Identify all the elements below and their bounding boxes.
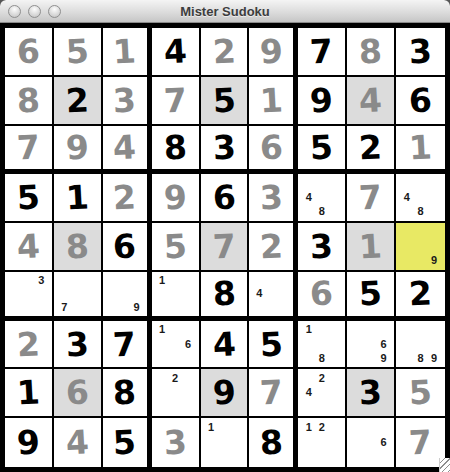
cell-r3c7[interactable]: 5 <box>298 126 347 175</box>
given-digit: 6 <box>309 277 334 311</box>
cell-r5c7[interactable]: 3 <box>298 223 347 272</box>
candidate-digit: 1 <box>302 323 315 337</box>
candidate-digit: 4 <box>302 191 315 205</box>
candidate-marks: 1 <box>201 418 248 467</box>
cell-r3c1[interactable]: 7 <box>5 126 54 175</box>
cell-r8c6[interactable]: 7 <box>249 369 298 418</box>
cell-r5c9[interactable]: 9 <box>396 223 445 272</box>
user-digit: 5 <box>112 426 137 460</box>
cell-r9c6[interactable]: 8 <box>249 418 298 467</box>
cell-r3c5[interactable]: 3 <box>201 126 250 175</box>
cell-r9c4[interactable]: 3 <box>152 418 201 467</box>
given-digit: 7 <box>163 83 188 117</box>
cell-r4c9[interactable]: 48 <box>396 174 445 223</box>
user-digit: 6 <box>408 83 433 117</box>
cell-r7c6[interactable]: 5 <box>249 321 298 370</box>
cell-r1c9[interactable]: 3 <box>396 28 445 77</box>
given-digit: 3 <box>259 181 284 215</box>
cell-r9c2[interactable]: 4 <box>54 418 103 467</box>
user-digit: 6 <box>212 181 237 215</box>
user-digit: 7 <box>112 327 137 361</box>
given-digit: 9 <box>163 181 188 215</box>
cell-r4c7[interactable]: 48 <box>298 174 347 223</box>
cell-r7c9[interactable]: 89 <box>396 321 445 370</box>
given-digit: 7 <box>212 229 237 263</box>
candidate-digit: 8 <box>414 351 428 365</box>
cell-r6c6[interactable]: 4 <box>249 272 298 321</box>
user-digit: 1 <box>65 181 90 215</box>
candidate-marks: 3 <box>5 272 52 316</box>
given-digit: 4 <box>358 83 383 117</box>
user-digit: 9 <box>212 376 237 410</box>
user-digit: 8 <box>163 130 188 164</box>
cell-r4c4[interactable]: 9 <box>152 174 201 223</box>
cell-r9c5[interactable]: 1 <box>201 418 250 467</box>
user-digit: 5 <box>16 181 41 215</box>
cell-r2c2[interactable]: 2 <box>54 77 103 126</box>
cell-r8c5[interactable]: 9 <box>201 369 250 418</box>
cell-r5c1[interactable]: 4 <box>5 223 54 272</box>
resize-grip-icon[interactable] <box>439 458 450 472</box>
user-digit: 6 <box>112 229 137 263</box>
cell-r6c7[interactable]: 6 <box>298 272 347 321</box>
candidate-digit: 2 <box>169 371 182 385</box>
user-digit: 2 <box>358 130 383 164</box>
cell-r1c6[interactable]: 9 <box>249 28 298 77</box>
sudoku-board: 6514297838237519467948365215129634874848… <box>0 23 450 472</box>
given-digit: 1 <box>358 229 383 263</box>
candidate-digit: 8 <box>315 351 328 365</box>
user-digit: 9 <box>309 83 334 117</box>
given-digit: 7 <box>16 130 41 164</box>
given-digit: 4 <box>112 130 137 164</box>
cell-r8c4[interactable]: 2 <box>152 369 201 418</box>
candidate-digit: 3 <box>35 274 48 287</box>
cell-r6c9[interactable]: 2 <box>396 272 445 321</box>
candidate-digit: 6 <box>377 435 390 450</box>
title-bar[interactable]: Mister Sudoku <box>0 0 450 23</box>
given-digit: 2 <box>212 34 237 68</box>
given-digit: 4 <box>65 426 90 460</box>
user-digit: 3 <box>212 130 237 164</box>
cell-r5c4[interactable]: 5 <box>152 223 201 272</box>
cell-r6c5[interactable]: 8 <box>201 272 250 321</box>
cell-r8c8[interactable]: 3 <box>347 369 396 418</box>
cell-r5c8[interactable]: 1 <box>347 223 396 272</box>
zoom-button[interactable] <box>48 5 61 18</box>
cell-r1c8[interactable]: 8 <box>347 28 396 77</box>
candidate-digit: 4 <box>302 386 315 400</box>
candidate-marks: 69 <box>347 321 394 368</box>
candidate-digit: 9 <box>377 351 390 365</box>
given-digit: 9 <box>259 34 284 68</box>
candidate-marks: 2 <box>152 369 199 416</box>
user-digit: 5 <box>309 130 334 164</box>
given-digit: 8 <box>16 83 41 117</box>
cell-r5c5[interactable]: 7 <box>201 223 250 272</box>
user-digit: 3 <box>309 229 334 263</box>
cell-r2c3[interactable]: 3 <box>103 77 152 126</box>
given-digit: 2 <box>16 327 41 361</box>
given-digit: 8 <box>65 229 90 263</box>
candidate-marks: 12 <box>298 418 345 467</box>
given-digit: 5 <box>65 34 90 68</box>
cell-r3c9[interactable]: 1 <box>396 126 445 175</box>
candidate-digit: 6 <box>182 337 195 351</box>
candidate-digit: 8 <box>315 205 328 219</box>
close-button[interactable] <box>8 5 21 18</box>
given-digit: 7 <box>259 376 284 410</box>
cell-r3c8[interactable]: 2 <box>347 126 396 175</box>
cell-r1c3[interactable]: 1 <box>103 28 152 77</box>
given-digit: 7 <box>408 426 433 460</box>
candidate-digit: 9 <box>131 300 143 313</box>
cell-r1c2[interactable]: 5 <box>54 28 103 77</box>
cell-r1c5[interactable]: 2 <box>201 28 250 77</box>
cell-r4c2[interactable]: 1 <box>54 174 103 223</box>
given-digit: 1 <box>112 34 137 68</box>
given-digit: 6 <box>65 376 90 410</box>
user-digit: 2 <box>65 83 90 117</box>
candidate-digit: 1 <box>156 323 169 337</box>
cell-r2c5[interactable]: 5 <box>201 77 250 126</box>
given-digit: 1 <box>259 83 284 117</box>
cell-r8c9[interactable]: 5 <box>396 369 445 418</box>
given-digit: 8 <box>358 34 383 68</box>
candidate-digit: 6 <box>377 337 390 351</box>
cell-r9c9[interactable]: 7 <box>396 418 445 467</box>
user-digit: 8 <box>212 277 237 311</box>
user-digit: 1 <box>16 376 41 410</box>
cell-r7c2[interactable]: 3 <box>54 321 103 370</box>
cell-r5c6[interactable]: 2 <box>249 223 298 272</box>
candidate-marks: 16 <box>152 321 199 368</box>
candidate-marks: 1 <box>152 272 199 316</box>
user-digit: 3 <box>65 327 90 361</box>
user-digit: 3 <box>408 34 433 68</box>
cell-r7c8[interactable]: 69 <box>347 321 396 370</box>
given-digit: 5 <box>163 229 188 263</box>
candidate-digit: 4 <box>253 287 265 300</box>
user-digit: 4 <box>163 34 188 68</box>
traffic-lights <box>8 0 61 23</box>
given-digit: 3 <box>163 426 188 460</box>
cell-r6c8[interactable]: 5 <box>347 272 396 321</box>
candidate-marks: 18 <box>298 321 345 368</box>
cell-r1c1[interactable]: 6 <box>5 28 54 77</box>
cell-r9c1[interactable]: 9 <box>5 418 54 467</box>
cell-r8c7[interactable]: 24 <box>298 369 347 418</box>
given-digit: 7 <box>358 181 383 215</box>
given-digit: 5 <box>408 376 433 410</box>
candidate-digit: 1 <box>156 274 169 287</box>
cell-r2c9[interactable]: 6 <box>396 77 445 126</box>
cell-r8c3[interactable]: 8 <box>103 369 152 418</box>
cell-r3c6[interactable]: 6 <box>249 126 298 175</box>
user-digit: 9 <box>16 426 41 460</box>
candidate-digit: 2 <box>315 420 328 435</box>
cell-r3c4[interactable]: 8 <box>152 126 201 175</box>
user-digit: 2 <box>408 277 433 311</box>
cell-r6c1[interactable]: 3 <box>5 272 54 321</box>
user-digit: 7 <box>309 34 334 68</box>
cell-r2c4[interactable]: 7 <box>152 77 201 126</box>
given-digit: 6 <box>259 130 284 164</box>
given-digit: 1 <box>408 130 433 164</box>
cell-r1c4[interactable]: 4 <box>152 28 201 77</box>
cell-r2c8[interactable]: 4 <box>347 77 396 126</box>
candidate-marks: 24 <box>298 369 345 416</box>
cell-r7c1[interactable]: 2 <box>5 321 54 370</box>
cell-r7c3[interactable]: 7 <box>103 321 152 370</box>
cell-r6c4[interactable]: 1 <box>152 272 201 321</box>
candidate-marks: 7 <box>54 272 101 316</box>
cell-r4c1[interactable]: 5 <box>5 174 54 223</box>
cell-r4c5[interactable]: 6 <box>201 174 250 223</box>
candidate-digit: 1 <box>302 420 315 435</box>
candidate-digit: 2 <box>315 371 328 385</box>
given-digit: 6 <box>16 34 41 68</box>
cell-r5c2[interactable]: 8 <box>54 223 103 272</box>
user-digit: 5 <box>212 83 237 117</box>
given-digit: 2 <box>259 229 284 263</box>
cell-r7c7[interactable]: 18 <box>298 321 347 370</box>
cell-r9c8[interactable]: 6 <box>347 418 396 467</box>
minimize-button[interactable] <box>28 5 41 18</box>
candidate-marks: 89 <box>396 321 445 368</box>
given-digit: 3 <box>112 83 137 117</box>
cell-r5c3[interactable]: 6 <box>103 223 152 272</box>
candidate-digit: 7 <box>58 300 71 313</box>
cell-r6c3[interactable]: 9 <box>103 272 152 321</box>
window-title: Mister Sudoku <box>0 4 450 19</box>
user-digit: 8 <box>259 426 284 460</box>
user-digit: 8 <box>112 376 137 410</box>
candidate-marks: 4 <box>249 272 293 316</box>
app-window: Mister Sudoku 65142978382375194679483652… <box>0 0 450 472</box>
candidate-digit: 8 <box>414 205 428 219</box>
cell-r4c8[interactable]: 7 <box>347 174 396 223</box>
given-digit: 4 <box>16 229 41 263</box>
user-digit: 5 <box>259 327 284 361</box>
user-digit: 5 <box>358 277 383 311</box>
cell-r9c3[interactable]: 5 <box>103 418 152 467</box>
cell-r7c5[interactable]: 4 <box>201 321 250 370</box>
cell-r9c7[interactable]: 12 <box>298 418 347 467</box>
candidate-digit: 9 <box>427 254 441 268</box>
cell-r6c2[interactable]: 7 <box>54 272 103 321</box>
cell-r4c3[interactable]: 2 <box>103 174 152 223</box>
cell-r7c4[interactable]: 16 <box>152 321 201 370</box>
candidate-marks: 9 <box>396 223 445 270</box>
cell-r2c7[interactable]: 9 <box>298 77 347 126</box>
cell-r8c2[interactable]: 6 <box>54 369 103 418</box>
cell-r3c2[interactable]: 9 <box>54 126 103 175</box>
candidate-digit: 9 <box>427 351 441 365</box>
candidate-digit: 4 <box>400 191 414 205</box>
cell-r1c7[interactable]: 7 <box>298 28 347 77</box>
user-digit: 3 <box>358 376 383 410</box>
cell-r4c6[interactable]: 3 <box>249 174 298 223</box>
given-digit: 9 <box>65 130 90 164</box>
cell-r2c6[interactable]: 1 <box>249 77 298 126</box>
candidate-marks: 6 <box>347 418 394 467</box>
cell-r3c3[interactable]: 4 <box>103 126 152 175</box>
candidate-digit: 1 <box>205 420 218 435</box>
user-digit: 4 <box>212 327 237 361</box>
candidate-marks: 48 <box>298 174 345 221</box>
cell-r8c1[interactable]: 1 <box>5 369 54 418</box>
given-digit: 2 <box>112 181 137 215</box>
candidate-marks: 9 <box>103 272 147 316</box>
cell-r2c1[interactable]: 8 <box>5 77 54 126</box>
candidate-marks: 48 <box>396 174 445 221</box>
